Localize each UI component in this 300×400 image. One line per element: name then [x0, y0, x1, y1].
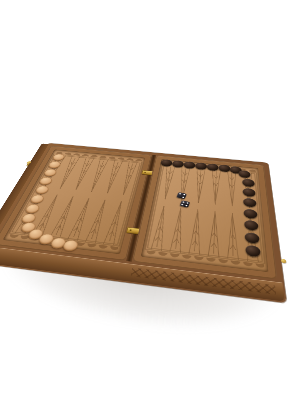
die-pip: [181, 204, 183, 206]
die-pip: [186, 202, 188, 204]
die-pip: [179, 193, 181, 194]
die-pip: [182, 197, 184, 199]
die-pip: [185, 205, 187, 207]
right-playing-field: [141, 159, 269, 272]
die-pip: [182, 201, 184, 203]
brass-clasp-right: [281, 259, 287, 263]
die-pip: [183, 194, 185, 195]
photo-background: [0, 0, 300, 400]
board-right-half: [132, 155, 278, 279]
left-playing-field: [3, 149, 146, 254]
